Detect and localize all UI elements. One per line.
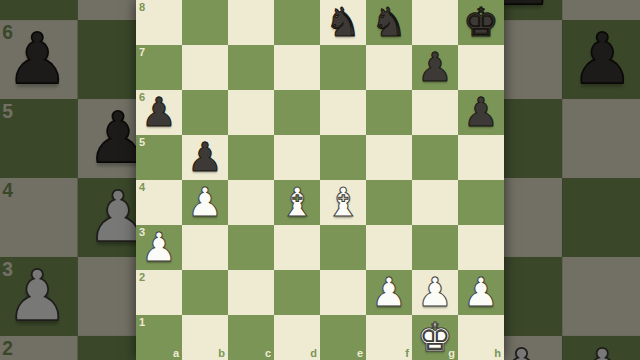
square-g5[interactable] bbox=[412, 135, 458, 180]
square-h6[interactable]: ♟ bbox=[458, 90, 504, 135]
square-c5[interactable] bbox=[228, 135, 274, 180]
square-f4[interactable] bbox=[366, 180, 412, 225]
rank-label-3: 3 bbox=[139, 226, 145, 238]
rank-label-2: 2 bbox=[139, 271, 145, 283]
square-g4[interactable] bbox=[412, 180, 458, 225]
square-a4[interactable]: 4 bbox=[136, 180, 182, 225]
file-label-g: g bbox=[448, 347, 455, 359]
square-b4[interactable]: ♟ bbox=[182, 180, 228, 225]
square-f5[interactable] bbox=[366, 135, 412, 180]
rank-label-1: 1 bbox=[139, 316, 145, 328]
square-g6[interactable] bbox=[412, 90, 458, 135]
square-g3[interactable] bbox=[412, 225, 458, 270]
chess-board[interactable]: 8♞♞♚7♟6♟♟5♟4♟♝♝3♟2♟♟♟1abcdefg♚h bbox=[136, 0, 504, 360]
square-d5[interactable] bbox=[274, 135, 320, 180]
piece-white-pawn[interactable]: ♟ bbox=[463, 272, 499, 312]
piece-black-pawn[interactable]: ♟ bbox=[141, 92, 177, 132]
square-h3[interactable] bbox=[458, 225, 504, 270]
rank-label-6: 6 bbox=[139, 91, 145, 103]
square-c8[interactable] bbox=[228, 0, 274, 45]
square-b7[interactable] bbox=[182, 45, 228, 90]
piece-black-pawn[interactable]: ♟ bbox=[463, 92, 499, 132]
square-d6[interactable] bbox=[274, 90, 320, 135]
square-h7[interactable] bbox=[458, 45, 504, 90]
square-b8[interactable] bbox=[182, 0, 228, 45]
square-c1[interactable]: c bbox=[228, 315, 274, 360]
piece-white-bishop[interactable]: ♝ bbox=[325, 182, 361, 222]
video-frame: 8♞♞♚7♟6♟♟5♟4♟♝♝3♟2♟♟♟1abcdefg♚h 8♞♞♚7♟6♟… bbox=[0, 0, 640, 360]
file-label-f: f bbox=[405, 347, 409, 359]
square-d7[interactable] bbox=[274, 45, 320, 90]
square-d1[interactable]: d bbox=[274, 315, 320, 360]
square-f1[interactable]: f bbox=[366, 315, 412, 360]
square-e3[interactable] bbox=[320, 225, 366, 270]
square-b1[interactable]: b bbox=[182, 315, 228, 360]
square-a2[interactable]: 2 bbox=[136, 270, 182, 315]
square-e7[interactable] bbox=[320, 45, 366, 90]
square-g2[interactable]: ♟ bbox=[412, 270, 458, 315]
piece-white-pawn[interactable]: ♟ bbox=[141, 227, 177, 267]
square-c3[interactable] bbox=[228, 225, 274, 270]
square-g8[interactable] bbox=[412, 0, 458, 45]
square-h8[interactable]: ♚ bbox=[458, 0, 504, 45]
piece-black-knight[interactable]: ♞ bbox=[325, 2, 361, 42]
file-label-d: d bbox=[310, 347, 317, 359]
square-b6[interactable] bbox=[182, 90, 228, 135]
square-f6[interactable] bbox=[366, 90, 412, 135]
rank-label-4: 4 bbox=[139, 181, 145, 193]
square-a7[interactable]: 7 bbox=[136, 45, 182, 90]
square-h1[interactable]: h bbox=[458, 315, 504, 360]
square-d3[interactable] bbox=[274, 225, 320, 270]
square-g7[interactable]: ♟ bbox=[412, 45, 458, 90]
square-a3[interactable]: 3♟ bbox=[136, 225, 182, 270]
piece-black-knight[interactable]: ♞ bbox=[371, 2, 407, 42]
rank-label-8: 8 bbox=[139, 1, 145, 13]
piece-black-pawn[interactable]: ♟ bbox=[417, 47, 453, 87]
square-e2[interactable] bbox=[320, 270, 366, 315]
rank-label-7: 7 bbox=[139, 46, 145, 58]
square-d8[interactable] bbox=[274, 0, 320, 45]
square-c4[interactable] bbox=[228, 180, 274, 225]
square-c2[interactable] bbox=[228, 270, 274, 315]
square-b3[interactable] bbox=[182, 225, 228, 270]
file-label-e: e bbox=[357, 347, 363, 359]
piece-white-pawn[interactable]: ♟ bbox=[187, 182, 223, 222]
file-label-b: b bbox=[218, 347, 225, 359]
piece-white-pawn[interactable]: ♟ bbox=[417, 272, 453, 312]
square-f2[interactable]: ♟ bbox=[366, 270, 412, 315]
square-e8[interactable]: ♞ bbox=[320, 0, 366, 45]
square-f8[interactable]: ♞ bbox=[366, 0, 412, 45]
square-f7[interactable] bbox=[366, 45, 412, 90]
square-e4[interactable]: ♝ bbox=[320, 180, 366, 225]
square-h2[interactable]: ♟ bbox=[458, 270, 504, 315]
square-f3[interactable] bbox=[366, 225, 412, 270]
square-d2[interactable] bbox=[274, 270, 320, 315]
square-e1[interactable]: e bbox=[320, 315, 366, 360]
square-h5[interactable] bbox=[458, 135, 504, 180]
file-label-a: a bbox=[173, 347, 179, 359]
square-d4[interactable]: ♝ bbox=[274, 180, 320, 225]
square-a8[interactable]: 8 bbox=[136, 0, 182, 45]
piece-black-pawn[interactable]: ♟ bbox=[187, 137, 223, 177]
rank-label-5: 5 bbox=[139, 136, 145, 148]
square-c7[interactable] bbox=[228, 45, 274, 90]
square-e5[interactable] bbox=[320, 135, 366, 180]
square-b2[interactable] bbox=[182, 270, 228, 315]
square-e6[interactable] bbox=[320, 90, 366, 135]
square-a5[interactable]: 5 bbox=[136, 135, 182, 180]
file-label-c: c bbox=[265, 347, 271, 359]
square-h4[interactable] bbox=[458, 180, 504, 225]
piece-white-bishop[interactable]: ♝ bbox=[279, 182, 315, 222]
square-c6[interactable] bbox=[228, 90, 274, 135]
file-label-h: h bbox=[494, 347, 501, 359]
square-a6[interactable]: 6♟ bbox=[136, 90, 182, 135]
piece-white-pawn[interactable]: ♟ bbox=[371, 272, 407, 312]
piece-black-king[interactable]: ♚ bbox=[463, 2, 499, 42]
square-g1[interactable]: g♚ bbox=[412, 315, 458, 360]
square-a1[interactable]: 1a bbox=[136, 315, 182, 360]
square-b5[interactable]: ♟ bbox=[182, 135, 228, 180]
